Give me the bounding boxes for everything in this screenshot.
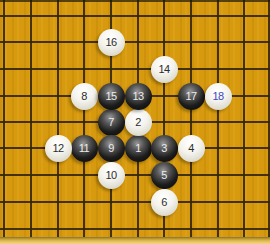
stone-black-7: 7 — [98, 109, 125, 136]
move-number-11: 11 — [79, 143, 89, 154]
move-number-17: 17 — [185, 91, 196, 102]
stone-black-11: 11 — [71, 135, 98, 162]
move-number-15: 15 — [105, 91, 116, 102]
move-number-8: 8 — [81, 91, 87, 102]
grid-line-h-0 — [0, 15, 270, 17]
move-number-2: 2 — [135, 117, 141, 128]
move-number-13: 13 — [132, 91, 143, 102]
move-number-14: 14 — [158, 64, 169, 75]
stone-black-17: 17 — [178, 83, 205, 110]
board-top-edge — [0, 0, 270, 2]
grid-line-h-1 — [0, 41, 270, 43]
stone-black-3: 3 — [151, 135, 178, 162]
move-number-5: 5 — [161, 170, 167, 181]
move-number-1: 1 — [135, 143, 141, 154]
stone-white-16: 16 — [98, 29, 125, 56]
stone-black-1: 1 — [125, 135, 152, 162]
stone-white-12: 12 — [45, 135, 72, 162]
move-number-10: 10 — [105, 170, 116, 181]
stone-white-6: 6 — [151, 189, 178, 216]
move-number-18: 18 — [212, 91, 223, 102]
move-number-16: 16 — [105, 37, 116, 48]
move-number-12: 12 — [52, 143, 63, 154]
go-board[interactable]: 123456789101112131415161718 — [0, 0, 270, 244]
grid-line-h-6 — [0, 174, 270, 176]
move-number-4: 4 — [188, 143, 194, 154]
stone-white-2: 2 — [125, 109, 152, 136]
stone-black-9: 9 — [98, 135, 125, 162]
grid-line-h-2 — [0, 68, 270, 70]
stone-white-18: 18 — [205, 83, 232, 110]
stone-white-8: 8 — [71, 83, 98, 110]
stone-black-13: 13 — [125, 83, 152, 110]
stone-black-5: 5 — [151, 162, 178, 189]
grid-line-h-8 — [0, 228, 270, 230]
board-bottom-bevel — [0, 237, 270, 244]
stone-white-4: 4 — [178, 135, 205, 162]
move-number-3: 3 — [161, 143, 167, 154]
grid-line-h-7 — [0, 201, 270, 203]
stone-white-14: 14 — [151, 56, 178, 83]
move-number-6: 6 — [161, 197, 167, 208]
move-number-7: 7 — [108, 117, 114, 128]
stone-white-10: 10 — [98, 162, 125, 189]
move-number-9: 9 — [108, 143, 114, 154]
stone-black-15: 15 — [98, 83, 125, 110]
